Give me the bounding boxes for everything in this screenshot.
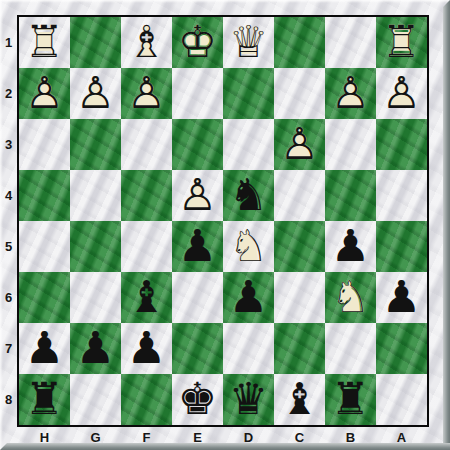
white-rook: ♜♖: [19, 17, 70, 68]
square-e3[interactable]: [172, 119, 223, 170]
file-label-a: A: [376, 429, 427, 447]
rank-label-5: 5: [1, 221, 16, 272]
black-pawn: ♟: [223, 272, 274, 323]
square-c6[interactable]: [274, 272, 325, 323]
file-label-f: F: [121, 429, 172, 447]
file-label-b: B: [325, 429, 376, 447]
square-c7[interactable]: [274, 323, 325, 374]
square-a6[interactable]: ♟: [376, 272, 427, 323]
square-d1[interactable]: ♛♕: [223, 17, 274, 68]
rank-label-2: 2: [1, 68, 16, 119]
black-pawn: ♟: [325, 221, 376, 272]
black-king: ♚: [172, 374, 223, 425]
square-b3[interactable]: [325, 119, 376, 170]
square-a5[interactable]: [376, 221, 427, 272]
square-a1[interactable]: ♜♖: [376, 17, 427, 68]
rank-label-4: 4: [1, 170, 16, 221]
square-c1[interactable]: [274, 17, 325, 68]
white-pawn: ♟♙: [121, 68, 172, 119]
white-king: ♚♔: [172, 17, 223, 68]
square-g8[interactable]: [70, 374, 121, 425]
rank-label-7: 7: [1, 323, 16, 374]
square-c2[interactable]: [274, 68, 325, 119]
white-queen: ♛♕: [223, 17, 274, 68]
square-e5[interactable]: ♟: [172, 221, 223, 272]
square-h5[interactable]: [19, 221, 70, 272]
square-d6[interactable]: ♟: [223, 272, 274, 323]
square-e6[interactable]: [172, 272, 223, 323]
square-h4[interactable]: [19, 170, 70, 221]
black-pawn: ♟: [376, 272, 427, 323]
square-a4[interactable]: [376, 170, 427, 221]
square-h6[interactable]: [19, 272, 70, 323]
white-pawn: ♟♙: [19, 68, 70, 119]
square-b6[interactable]: ♞♘: [325, 272, 376, 323]
white-knight: ♞♘: [223, 221, 274, 272]
square-d2[interactable]: [223, 68, 274, 119]
square-a7[interactable]: [376, 323, 427, 374]
square-c4[interactable]: [274, 170, 325, 221]
square-e1[interactable]: ♚♔: [172, 17, 223, 68]
file-label-c: C: [274, 429, 325, 447]
black-bishop: ♝: [121, 272, 172, 323]
white-pawn: ♟♙: [172, 170, 223, 221]
square-e2[interactable]: [172, 68, 223, 119]
white-pawn: ♟♙: [325, 68, 376, 119]
square-b2[interactable]: ♟♙: [325, 68, 376, 119]
black-pawn: ♟: [121, 323, 172, 374]
square-b1[interactable]: [325, 17, 376, 68]
white-pawn: ♟♙: [274, 119, 325, 170]
square-g5[interactable]: [70, 221, 121, 272]
rank-label-8: 8: [1, 374, 16, 425]
black-rook: ♜: [325, 374, 376, 425]
rank-label-6: 6: [1, 272, 16, 323]
white-knight: ♞♘: [325, 272, 376, 323]
rank-label-1: 1: [1, 17, 16, 68]
square-c5[interactable]: [274, 221, 325, 272]
square-f4[interactable]: [121, 170, 172, 221]
square-b5[interactable]: ♟: [325, 221, 376, 272]
square-f8[interactable]: [121, 374, 172, 425]
square-e4[interactable]: ♟♙: [172, 170, 223, 221]
square-d8[interactable]: ♛: [223, 374, 274, 425]
black-queen: ♛: [223, 374, 274, 425]
bevel-top-highlight: [0, 0, 450, 3]
square-d4[interactable]: ♞: [223, 170, 274, 221]
square-h1[interactable]: ♜♖: [19, 17, 70, 68]
square-f2[interactable]: ♟♙: [121, 68, 172, 119]
square-e8[interactable]: ♚: [172, 374, 223, 425]
square-f1[interactable]: ♝♗: [121, 17, 172, 68]
square-d3[interactable]: [223, 119, 274, 170]
square-h3[interactable]: [19, 119, 70, 170]
file-label-h: H: [19, 429, 70, 447]
square-g4[interactable]: [70, 170, 121, 221]
square-a8[interactable]: [376, 374, 427, 425]
square-h8[interactable]: ♜: [19, 374, 70, 425]
square-h2[interactable]: ♟♙: [19, 68, 70, 119]
square-b8[interactable]: ♜: [325, 374, 376, 425]
white-pawn: ♟♙: [376, 68, 427, 119]
square-g2[interactable]: ♟♙: [70, 68, 121, 119]
square-g7[interactable]: ♟: [70, 323, 121, 374]
square-c3[interactable]: ♟♙: [274, 119, 325, 170]
file-label-g: G: [70, 429, 121, 447]
square-g3[interactable]: [70, 119, 121, 170]
rank-label-3: 3: [1, 119, 16, 170]
file-label-e: E: [172, 429, 223, 447]
square-f7[interactable]: ♟: [121, 323, 172, 374]
black-pawn: ♟: [70, 323, 121, 374]
white-bishop: ♝♗: [121, 17, 172, 68]
square-b7[interactable]: [325, 323, 376, 374]
square-d7[interactable]: [223, 323, 274, 374]
black-pawn: ♟: [19, 323, 70, 374]
square-f3[interactable]: [121, 119, 172, 170]
square-c8[interactable]: ♝: [274, 374, 325, 425]
square-e7[interactable]: [172, 323, 223, 374]
black-pawn: ♟: [172, 221, 223, 272]
bevel-right-shadow: [443, 0, 450, 450]
square-f6[interactable]: ♝: [121, 272, 172, 323]
file-label-d: D: [223, 429, 274, 447]
square-f5[interactable]: [121, 221, 172, 272]
black-bishop: ♝: [274, 374, 325, 425]
black-rook: ♜: [19, 374, 70, 425]
square-b4[interactable]: [325, 170, 376, 221]
square-g6[interactable]: [70, 272, 121, 323]
black-knight: ♞: [223, 170, 274, 221]
white-rook: ♜♖: [376, 17, 427, 68]
square-h7[interactable]: ♟: [19, 323, 70, 374]
chess-board-diagram: ♜♖♝♗♚♔♛♕♜♖♟♙♟♙♟♙♟♙♟♙♟♙♟♙♞♟♞♘♟♝♟♞♘♟♟♟♟♜♚♛…: [0, 0, 450, 450]
square-d5[interactable]: ♞♘: [223, 221, 274, 272]
white-pawn: ♟♙: [70, 68, 121, 119]
square-a3[interactable]: [376, 119, 427, 170]
square-a2[interactable]: ♟♙: [376, 68, 427, 119]
square-g1[interactable]: [70, 17, 121, 68]
chess-board: ♜♖♝♗♚♔♛♕♜♖♟♙♟♙♟♙♟♙♟♙♟♙♟♙♞♟♞♘♟♝♟♞♘♟♟♟♟♜♚♛…: [17, 15, 429, 427]
